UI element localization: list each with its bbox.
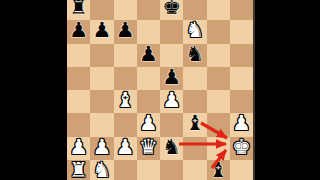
chess-board: ♜♚♟♟♟♞♟♞♟♝♟♟♝♟♟♟♟♛♞♚♜♞♝ [67, 0, 255, 180]
square-a7: ♟ [67, 20, 90, 43]
square-c8 [114, 0, 137, 20]
square-f2 [183, 137, 206, 160]
square-g5 [207, 67, 230, 90]
square-f4 [183, 90, 206, 113]
square-g8 [207, 0, 230, 20]
square-e1 [160, 160, 183, 180]
black-pawn: ♟ [92, 20, 111, 41]
white-king: ♚ [232, 137, 251, 158]
square-d8 [137, 0, 160, 20]
black-pawn: ♟ [116, 20, 135, 41]
white-rook: ♜ [69, 160, 88, 180]
white-knight: ♞ [185, 20, 204, 41]
square-g1: ♝ [207, 160, 230, 180]
square-b2: ♟ [90, 137, 113, 160]
square-c2: ♟ [114, 137, 137, 160]
square-a3 [67, 113, 90, 136]
square-e2: ♞ [160, 137, 183, 160]
square-c6 [114, 44, 137, 67]
square-f6: ♞ [183, 44, 206, 67]
square-h6 [230, 44, 253, 67]
square-b4 [90, 90, 113, 113]
square-f3: ♝ [183, 113, 206, 136]
square-b8 [90, 0, 113, 20]
square-h2: ♚ [230, 137, 253, 160]
square-h8 [230, 0, 253, 20]
white-knight: ♞ [92, 160, 111, 180]
square-a6 [67, 44, 90, 67]
square-c4: ♝ [114, 90, 137, 113]
square-b5 [90, 67, 113, 90]
square-c3 [114, 113, 137, 136]
white-bishop: ♝ [116, 90, 135, 111]
square-d2: ♛ [137, 137, 160, 160]
square-h5 [230, 67, 253, 90]
square-g7 [207, 20, 230, 43]
square-f7: ♞ [183, 20, 206, 43]
square-a2: ♟ [67, 137, 90, 160]
square-g6 [207, 44, 230, 67]
square-e8: ♚ [160, 0, 183, 20]
white-pawn: ♟ [162, 90, 181, 111]
square-h1 [230, 160, 253, 180]
black-bishop: ♝ [185, 113, 204, 134]
square-a1: ♜ [67, 160, 90, 180]
square-g4 [207, 90, 230, 113]
square-b6 [90, 44, 113, 67]
square-e7 [160, 20, 183, 43]
black-king: ♚ [162, 0, 181, 18]
white-pawn: ♟ [139, 113, 158, 134]
square-b3 [90, 113, 113, 136]
black-knight: ♞ [162, 137, 181, 158]
square-c1 [114, 160, 137, 180]
white-pawn: ♟ [232, 113, 251, 134]
square-f8 [183, 0, 206, 20]
square-d1 [137, 160, 160, 180]
square-d6: ♟ [137, 44, 160, 67]
square-b1: ♞ [90, 160, 113, 180]
white-pawn: ♟ [92, 137, 111, 158]
white-pawn: ♟ [69, 137, 88, 158]
square-g2 [207, 137, 230, 160]
square-e5: ♟ [160, 67, 183, 90]
square-h7 [230, 20, 253, 43]
square-d7 [137, 20, 160, 43]
square-h4 [230, 90, 253, 113]
square-c7: ♟ [114, 20, 137, 43]
square-f5 [183, 67, 206, 90]
square-a4 [67, 90, 90, 113]
black-pawn: ♟ [69, 20, 88, 41]
video-frame: ♜♚♟♟♟♞♟♞♟♝♟♟♝♟♟♟♟♛♞♚♜♞♝ [0, 0, 320, 180]
square-d5 [137, 67, 160, 90]
white-queen: ♛ [139, 137, 158, 158]
square-b7: ♟ [90, 20, 113, 43]
square-e3 [160, 113, 183, 136]
square-f1 [183, 160, 206, 180]
square-d3: ♟ [137, 113, 160, 136]
black-rook: ♜ [69, 0, 88, 18]
square-e6 [160, 44, 183, 67]
square-h3: ♟ [230, 113, 253, 136]
black-bishop: ♝ [209, 160, 228, 180]
square-a8: ♜ [67, 0, 90, 20]
square-c5 [114, 67, 137, 90]
square-e4: ♟ [160, 90, 183, 113]
square-g3 [207, 113, 230, 136]
white-pawn: ♟ [116, 137, 135, 158]
black-pawn: ♟ [139, 44, 158, 65]
black-knight: ♞ [185, 44, 204, 65]
black-pawn: ♟ [162, 67, 181, 88]
square-a5 [67, 67, 90, 90]
square-d4 [137, 90, 160, 113]
